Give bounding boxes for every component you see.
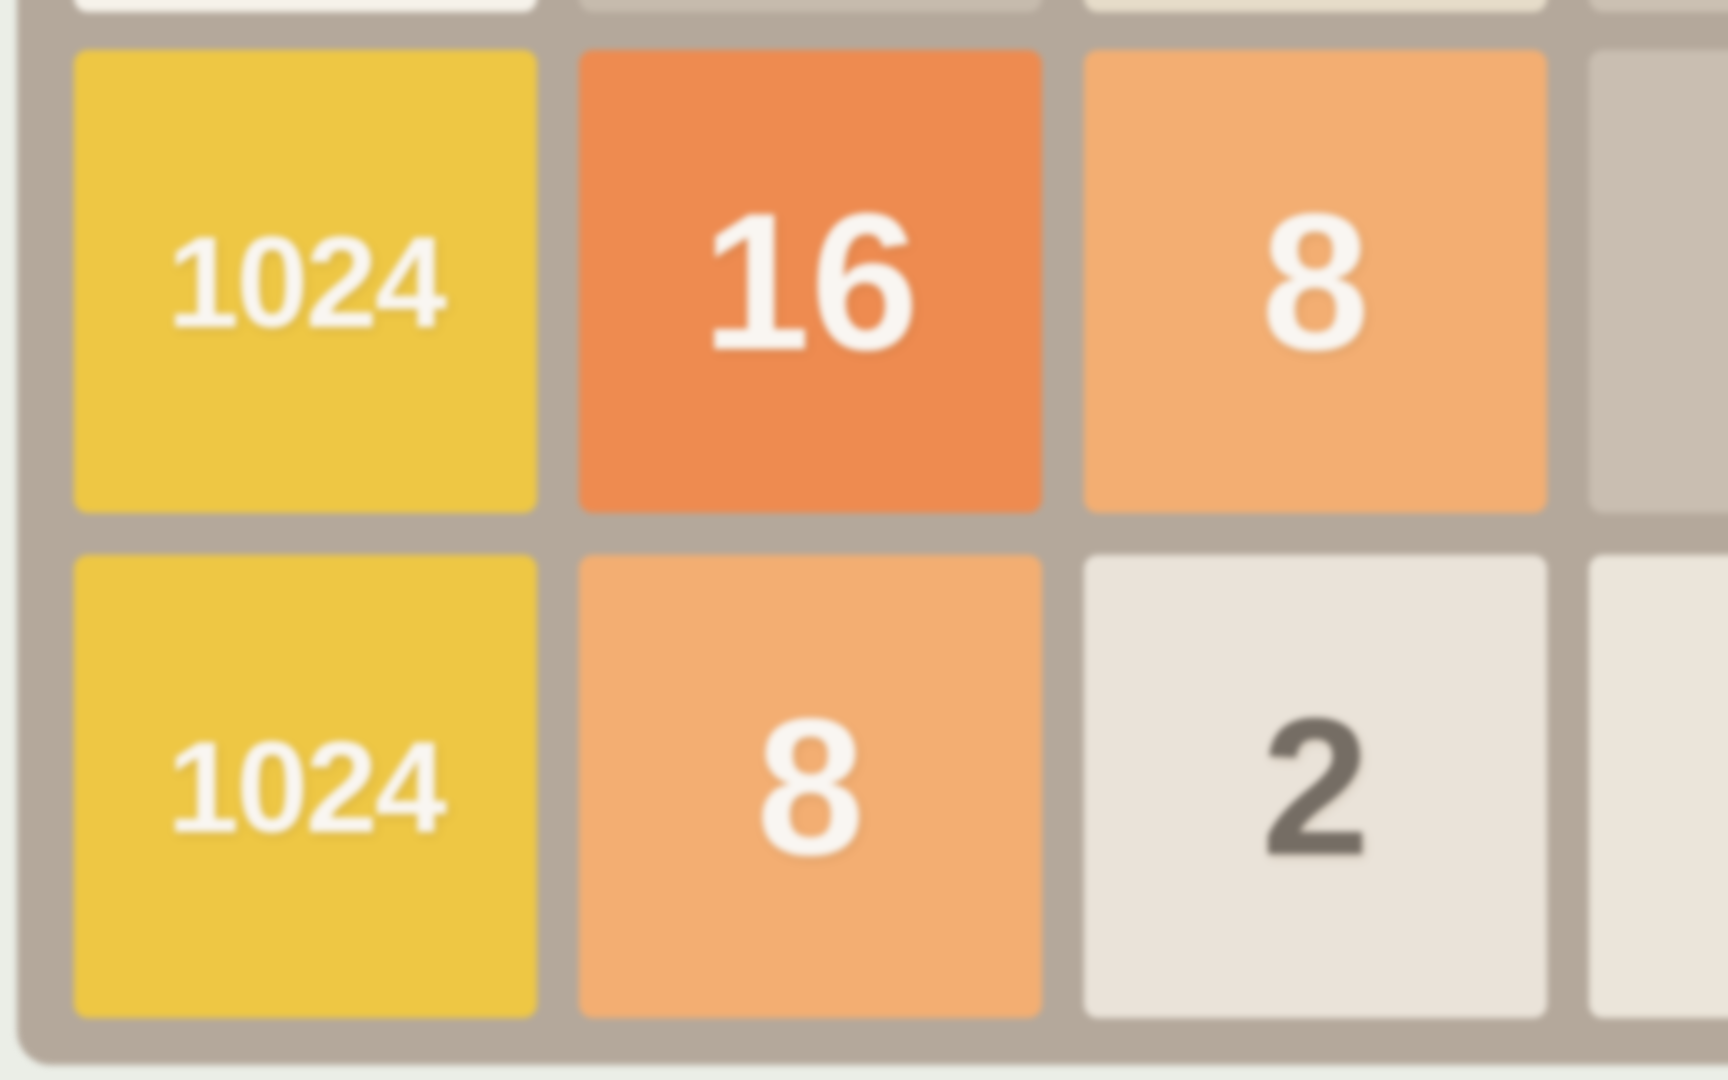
tile-value: 16 (702, 184, 919, 379)
tile-partial-top-col3 (1084, 0, 1547, 12)
tile-value: 1024 (167, 722, 444, 852)
tile-partial-top-col1 (74, 0, 537, 12)
empty-cell (1589, 50, 1728, 513)
tile-2: 2 (1084, 555, 1547, 1018)
empty-cell-partial-top-col2 (579, 0, 1042, 12)
2048-board[interactable]: 1024 16 8 1024 8 2 (17, 0, 1728, 1065)
tile-partial-top-col4 (1589, 0, 1728, 12)
tile-8: 8 (579, 555, 1042, 1018)
tile-value: 1024 (167, 217, 444, 347)
screen: 1024 16 8 1024 8 2 (0, 0, 1728, 1080)
tile-value: 8 (1261, 184, 1369, 379)
tile-8: 8 (1084, 50, 1547, 513)
tile-1024: 1024 (74, 50, 537, 513)
tile-1024: 1024 (74, 555, 537, 1018)
tile-16: 16 (579, 50, 1042, 513)
tile-partial-right (1589, 555, 1728, 1018)
tile-value: 8 (756, 689, 864, 884)
tile-value: 2 (1261, 689, 1369, 884)
